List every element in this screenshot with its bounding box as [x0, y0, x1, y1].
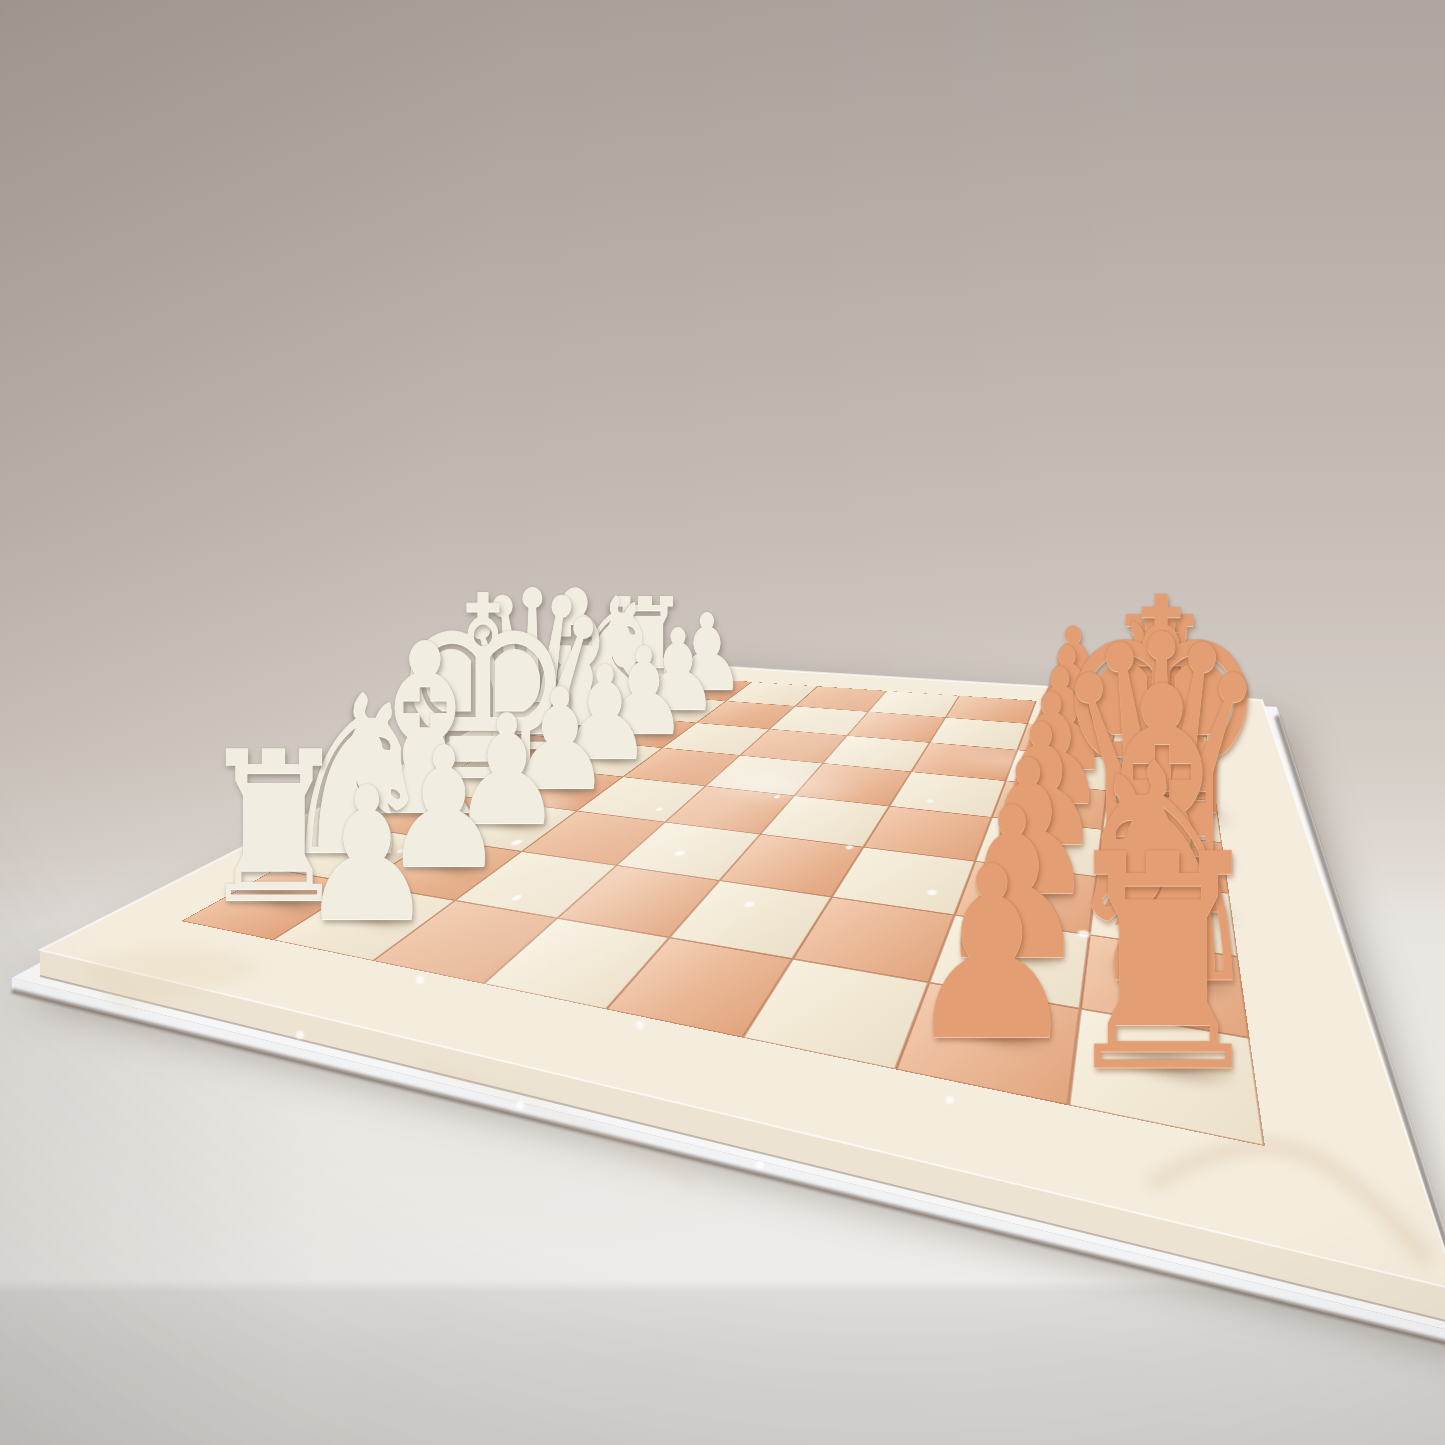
margin-sparkle-4 — [636, 1021, 644, 1029]
scene: ♜♟♞♟♟♜♝♟♟♞♛♟♟♝♚♟♟♝♚♟♟♞♛♟♟♜♝♟♟♞♟♜ — [0, 0, 1445, 1445]
margin-sparkle-2 — [756, 1161, 764, 1169]
margin-sparkle-1 — [516, 1101, 524, 1109]
margin-sparkle-3 — [946, 1096, 954, 1104]
margin-sparkle-5 — [416, 976, 424, 984]
margin-sparkle-0 — [296, 1031, 304, 1039]
